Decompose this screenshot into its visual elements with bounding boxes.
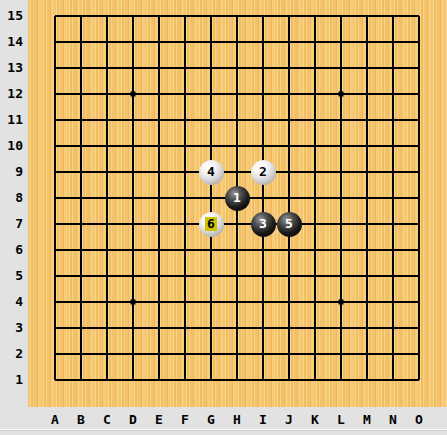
row-label: 11	[0, 113, 23, 127]
stone-number: 1	[233, 191, 241, 205]
row-label: 1	[0, 373, 23, 387]
col-label: D	[120, 413, 146, 427]
row-label: 6	[0, 243, 23, 257]
col-label: G	[198, 413, 224, 427]
col-label: N	[380, 413, 406, 427]
stone[interactable]: 4	[199, 160, 224, 185]
col-label: J	[276, 413, 302, 427]
row-label: 7	[0, 217, 23, 231]
star-point	[339, 92, 344, 97]
col-label: F	[172, 413, 198, 427]
star-point	[131, 300, 136, 305]
star-point	[131, 92, 136, 97]
stone[interactable]: 3	[251, 212, 276, 237]
col-label: K	[302, 413, 328, 427]
row-label: 2	[0, 347, 23, 361]
stone[interactable]: 2	[251, 160, 276, 185]
col-label: M	[354, 413, 380, 427]
stone[interactable]: 1	[225, 186, 250, 211]
row-label: 13	[0, 61, 23, 75]
panel-bottom-divider-shadow	[0, 430, 447, 431]
row-label: 4	[0, 295, 23, 309]
row-label: 5	[0, 269, 23, 283]
stone-number: 2	[259, 165, 267, 179]
last-move-highlight: 6	[205, 217, 217, 231]
col-label: L	[328, 413, 354, 427]
stone-number: 4	[207, 165, 215, 179]
star-point	[339, 300, 344, 305]
row-label: 9	[0, 165, 23, 179]
row-label: 10	[0, 139, 23, 153]
row-label: 14	[0, 35, 23, 49]
col-label: H	[224, 413, 250, 427]
row-label: 12	[0, 87, 23, 101]
row-label: 3	[0, 321, 23, 335]
renju-board-panel: 151413121110987654321ABCDEFGHIJKLMNO1234…	[0, 0, 447, 435]
col-label: I	[250, 413, 276, 427]
col-label: B	[68, 413, 94, 427]
col-label: O	[406, 413, 432, 427]
col-label: E	[146, 413, 172, 427]
col-label: A	[42, 413, 68, 427]
row-label: 15	[0, 9, 23, 23]
stone[interactable]: 5	[277, 212, 302, 237]
stone[interactable]: 6	[199, 212, 224, 237]
stone-number: 3	[259, 217, 267, 231]
row-label: 8	[0, 191, 23, 205]
stone-number: 5	[285, 217, 293, 231]
col-label: C	[94, 413, 120, 427]
